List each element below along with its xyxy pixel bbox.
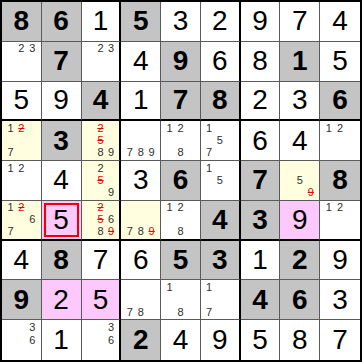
given-digit: 6 <box>292 286 308 314</box>
cell-r4c6[interactable]: 157 <box>201 121 241 161</box>
cell-r9c9[interactable]: 7 <box>320 320 360 360</box>
cell-r3c8[interactable]: 3 <box>280 82 320 122</box>
cell-r9c1[interactable]: 36 <box>2 320 42 360</box>
given-digit: 8 <box>332 166 348 194</box>
solved-digit: 1 <box>252 246 268 274</box>
cell-r7c6[interactable]: 3 <box>201 241 241 281</box>
cell-r8c3[interactable]: 5 <box>82 280 122 320</box>
given-digit: 1 <box>292 47 308 75</box>
pencil-mark-8: 8 <box>175 306 186 318</box>
pencil-mark-7: 7 <box>204 306 215 318</box>
cell-r5c1[interactable]: 12 <box>2 161 42 201</box>
pencil-mark-1: 1 <box>164 122 175 134</box>
cell-r8c1[interactable]: 9 <box>2 280 42 320</box>
pencil-mark-1: 1 <box>164 202 175 214</box>
cell-r6c5[interactable]: 128 <box>161 201 201 241</box>
pencil-marks: 78 <box>124 281 157 318</box>
solved-digit: 4 <box>53 166 69 194</box>
cell-r5c8[interactable]: 59 <box>280 161 320 201</box>
cell-r1c1[interactable]: 8 <box>2 2 42 42</box>
given-digit: 4 <box>252 286 268 314</box>
given-digit: 9 <box>14 286 30 314</box>
cell-r6c7[interactable]: 3 <box>241 201 281 241</box>
cell-r4c4[interactable]: 789 <box>121 121 161 161</box>
solved-digit: 9 <box>292 206 308 234</box>
pencil-mark-9-struck: 9 <box>146 226 157 238</box>
pencil-mark-7: 7 <box>124 147 135 159</box>
pencil-mark-6: 6 <box>106 334 117 347</box>
pencil-mark-7: 7 <box>5 226 16 238</box>
given-digit: 8 <box>53 246 69 274</box>
pencil-mark-1: 1 <box>5 202 16 214</box>
pencil-mark-9-struck: 9 <box>106 226 117 238</box>
given-digit: 8 <box>212 86 228 114</box>
cell-r1c7[interactable]: 9 <box>241 2 281 42</box>
cell-r1c5[interactable]: 3 <box>161 2 201 42</box>
pencil-mark-3: 3 <box>106 321 117 334</box>
pencil-mark-5-struck: 5 <box>95 135 106 147</box>
cell-r3c4[interactable]: 1 <box>121 82 161 122</box>
solved-digit: 2 <box>53 286 69 314</box>
cell-r3c9[interactable]: 6 <box>320 82 360 122</box>
pencil-marks: 12 <box>5 162 38 199</box>
cell-r4c7[interactable]: 6 <box>241 121 281 161</box>
pencil-mark-3: 3 <box>27 43 38 55</box>
cell-r4c5[interactable]: 128 <box>161 121 201 161</box>
solved-digit: 7 <box>93 246 109 274</box>
cell-r2c2[interactable]: 7 <box>42 42 82 82</box>
cell-r6c3[interactable]: 25689 <box>82 201 122 241</box>
cell-r1c3[interactable]: 1 <box>82 2 122 42</box>
solved-digit: 5 <box>93 286 109 314</box>
cell-r3c7[interactable]: 2 <box>241 82 281 122</box>
pencil-mark-8: 8 <box>175 226 186 238</box>
cell-r7c2[interactable]: 8 <box>42 241 82 281</box>
pencil-mark-5: 5 <box>214 174 225 186</box>
cell-r1c8[interactable]: 7 <box>280 2 320 42</box>
cell-r6c1[interactable]: 1267 <box>2 201 42 241</box>
solved-digit: 3 <box>292 86 308 114</box>
pencil-mark-5: 5 <box>294 174 305 186</box>
cell-r9c8[interactable]: 8 <box>280 320 320 360</box>
pencil-mark-2: 2 <box>16 43 27 55</box>
pencil-mark-3: 3 <box>106 43 117 55</box>
cell-r5c5[interactable]: 6 <box>161 161 201 201</box>
given-digit: 2 <box>292 246 308 274</box>
solved-digit: 9 <box>212 326 228 354</box>
pencil-marks: 36 <box>85 321 117 359</box>
cell-r6c8[interactable]: 9 <box>280 201 320 241</box>
pencil-mark-7: 7 <box>124 306 135 318</box>
cell-r6c6[interactable]: 4 <box>201 201 241 241</box>
pencil-mark-2-struck: 2 <box>16 122 27 134</box>
cell-r9c7[interactable]: 5 <box>241 320 281 360</box>
solved-digit: 4 <box>173 326 189 354</box>
cell-r2c3[interactable]: 23 <box>82 42 122 82</box>
pencil-marks: 12 <box>323 202 357 238</box>
cell-r8c6[interactable]: 17 <box>201 280 241 320</box>
pencil-mark-5-struck: 5 <box>95 174 106 186</box>
pencil-marks: 157 <box>204 122 236 159</box>
given-digit: 8 <box>14 7 30 35</box>
cell-r4c9[interactable]: 12 <box>320 121 360 161</box>
given-digit: 9 <box>173 47 189 75</box>
pencil-marks: 127 <box>5 122 38 159</box>
cell-r5c2[interactable]: 4 <box>42 161 82 201</box>
cell-r8c7[interactable]: 4 <box>241 280 281 320</box>
cell-r4c2[interactable]: 3 <box>42 121 82 161</box>
pencil-mark-2: 2 <box>95 162 106 174</box>
solved-digit: 2 <box>212 7 228 35</box>
pencil-mark-8: 8 <box>135 306 146 318</box>
pencil-mark-2: 2 <box>16 162 27 174</box>
pencil-mark-6: 6 <box>27 214 38 226</box>
pencil-mark-1: 1 <box>323 202 334 214</box>
pencil-marks: 2589 <box>85 122 117 159</box>
pencil-mark-3: 3 <box>27 321 38 334</box>
cell-r5c4[interactable]: 3 <box>121 161 161 201</box>
cell-r6c2[interactable]: 5 <box>42 201 82 241</box>
cell-r5c7[interactable]: 7 <box>241 161 281 201</box>
pencil-mark-9: 9 <box>106 187 117 199</box>
sudoku-board: 8615329742372349681559417823612732589789… <box>0 0 362 362</box>
cell-r2c7[interactable]: 8 <box>241 42 281 82</box>
solved-digit: 5 <box>14 86 30 114</box>
pencil-marks: 15 <box>204 162 236 199</box>
given-digit: 7 <box>173 86 189 114</box>
cell-r8c2[interactable]: 2 <box>42 280 82 320</box>
cell-r3c3[interactable]: 4 <box>82 82 122 122</box>
given-digit: 5 <box>173 246 189 274</box>
solved-digit: 3 <box>173 7 189 35</box>
cell-r2c5[interactable]: 9 <box>161 42 201 82</box>
pencil-mark-2: 2 <box>334 202 345 214</box>
pencil-marks: 23 <box>85 43 117 80</box>
cell-r9c6[interactable]: 9 <box>201 320 241 360</box>
cell-r7c1[interactable]: 4 <box>2 241 42 281</box>
cell-r4c8[interactable]: 4 <box>280 121 320 161</box>
solved-digit: 8 <box>292 326 308 354</box>
pencil-mark-1: 1 <box>323 122 334 134</box>
solved-digit: 4 <box>133 47 149 75</box>
pencil-marks: 12 <box>323 122 357 159</box>
cell-r2c6[interactable]: 6 <box>201 42 241 82</box>
cell-r1c2[interactable]: 6 <box>42 2 82 42</box>
cell-r2c1[interactable]: 23 <box>2 42 42 82</box>
given-digit: 3 <box>53 127 69 155</box>
pencil-mark-7: 7 <box>124 226 135 238</box>
solved-digit: 7 <box>292 7 308 35</box>
solved-digit: 3 <box>133 166 149 194</box>
pencil-mark-6: 6 <box>106 214 117 226</box>
cell-r8c8[interactable]: 6 <box>280 280 320 320</box>
pencil-mark-1: 1 <box>5 122 16 134</box>
cell-r5c6[interactable]: 15 <box>201 161 241 201</box>
cell-r8c4[interactable]: 78 <box>121 280 161 320</box>
cell-r3c1[interactable]: 5 <box>2 82 42 122</box>
pencil-mark-1: 1 <box>164 281 175 293</box>
pencil-mark-1: 1 <box>204 162 215 174</box>
cell-r7c3[interactable]: 7 <box>82 241 122 281</box>
given-digit: 4 <box>212 206 228 234</box>
pencil-marks: 17 <box>204 281 236 318</box>
pencil-marks: 36 <box>5 321 38 359</box>
solved-digit: 6 <box>252 127 268 155</box>
pencil-mark-6: 6 <box>27 334 38 347</box>
pencil-mark-7: 7 <box>5 147 16 159</box>
solved-digit: 1 <box>133 86 149 114</box>
pencil-marks: 59 <box>283 162 316 199</box>
pencil-mark-2: 2 <box>175 122 186 134</box>
solved-digit: 6 <box>212 47 228 75</box>
pencil-mark-7: 7 <box>204 147 215 159</box>
solved-digit: 1 <box>93 7 109 35</box>
cell-r5c3[interactable]: 259 <box>82 161 122 201</box>
given-digit: 7 <box>252 166 268 194</box>
pencil-marks: 128 <box>164 122 197 159</box>
cell-r2c4[interactable]: 4 <box>121 42 161 82</box>
pencil-marks: 18 <box>164 281 197 318</box>
pencil-mark-1: 1 <box>204 122 215 134</box>
cell-r3c5[interactable]: 7 <box>161 82 201 122</box>
pencil-mark-9-struck: 9 <box>305 187 316 199</box>
given-digit: 7 <box>53 47 69 75</box>
pencil-mark-8: 8 <box>135 226 146 238</box>
pencil-marks: 789 <box>124 122 157 159</box>
cell-r7c7[interactable]: 1 <box>241 241 281 281</box>
pencil-mark-1: 1 <box>204 281 215 293</box>
cell-r9c2[interactable]: 1 <box>42 320 82 360</box>
solved-digit: 8 <box>252 47 268 75</box>
pencil-marks: 789 <box>124 202 157 238</box>
cell-r7c5[interactable]: 5 <box>161 241 201 281</box>
pencil-mark-9: 9 <box>146 147 157 159</box>
cell-r4c1[interactable]: 127 <box>2 121 42 161</box>
cell-r4c3[interactable]: 2589 <box>82 121 122 161</box>
solved-digit: 7 <box>332 326 348 354</box>
pencil-mark-2-struck: 2 <box>95 122 106 134</box>
cell-r1c4[interactable]: 5 <box>121 2 161 42</box>
pencil-mark-2: 2 <box>95 43 106 55</box>
cell-r7c9[interactable]: 9 <box>320 241 360 281</box>
given-digit: 3 <box>212 246 228 274</box>
cell-r8c5[interactable]: 18 <box>161 280 201 320</box>
given-digit: 6 <box>173 166 189 194</box>
pencil-mark-1: 1 <box>5 162 16 174</box>
solved-digit: 9 <box>332 246 348 274</box>
cell-r2c8[interactable]: 1 <box>280 42 320 82</box>
cell-r7c4[interactable]: 6 <box>121 241 161 281</box>
pencil-mark-8: 8 <box>95 226 106 238</box>
solved-digit: 5 <box>332 47 348 75</box>
cell-r5c9[interactable]: 8 <box>320 161 360 201</box>
cell-r2c9[interactable]: 5 <box>320 42 360 82</box>
given-digit: 6 <box>53 7 69 35</box>
solved-digit: 5 <box>53 206 69 234</box>
pencil-mark-2: 2 <box>334 122 345 134</box>
pencil-mark-8: 8 <box>95 147 106 159</box>
pencil-mark-8: 8 <box>175 147 186 159</box>
pencil-marks: 259 <box>85 162 117 199</box>
cell-r1c9[interactable]: 4 <box>320 2 360 42</box>
solved-digit: 4 <box>292 127 308 155</box>
cell-r9c3[interactable]: 36 <box>82 320 122 360</box>
cell-r3c2[interactable]: 9 <box>42 82 82 122</box>
cell-r7c8[interactable]: 2 <box>280 241 320 281</box>
pencil-mark-2-struck: 2 <box>95 202 106 214</box>
pencil-marks: 25689 <box>85 202 117 238</box>
cell-r9c4[interactable]: 2 <box>121 320 161 360</box>
pencil-marks: 1267 <box>5 202 38 238</box>
solved-digit: 5 <box>252 326 268 354</box>
pencil-mark-5: 5 <box>214 135 225 147</box>
solved-digit: 9 <box>252 7 268 35</box>
solved-digit: 4 <box>332 7 348 35</box>
pencil-mark-2-struck: 2 <box>16 202 27 214</box>
solved-digit: 3 <box>332 286 348 314</box>
given-digit: 3 <box>252 206 268 234</box>
cell-r6c4[interactable]: 789 <box>121 201 161 241</box>
cell-r9c5[interactable]: 4 <box>161 320 201 360</box>
solved-digit: 2 <box>252 86 268 114</box>
given-digit: 2 <box>133 326 149 354</box>
cell-r8c9[interactable]: 3 <box>320 280 360 320</box>
given-digit: 6 <box>332 86 348 114</box>
solved-digit: 1 <box>53 326 69 354</box>
pencil-mark-9: 9 <box>106 147 117 159</box>
solved-digit: 6 <box>133 246 149 274</box>
pencil-mark-5-struck: 5 <box>95 214 106 226</box>
given-digit: 5 <box>133 7 149 35</box>
pencil-marks: 128 <box>164 202 197 238</box>
solved-digit: 4 <box>14 246 30 274</box>
cell-r3c6[interactable]: 8 <box>201 82 241 122</box>
pencil-mark-8: 8 <box>135 147 146 159</box>
given-digit: 4 <box>93 86 109 114</box>
pencil-marks: 23 <box>5 43 38 80</box>
cell-r6c9[interactable]: 12 <box>320 201 360 241</box>
pencil-mark-2: 2 <box>175 202 186 214</box>
solved-digit: 9 <box>53 86 69 114</box>
cell-r1c6[interactable]: 2 <box>201 2 241 42</box>
